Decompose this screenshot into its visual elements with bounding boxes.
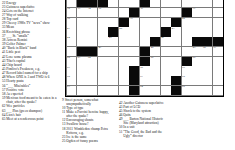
grid-cell[interactable] bbox=[67, 47, 77, 56]
down-clues-column-right: 42 Another Guinness superlative43 Part o… bbox=[119, 101, 168, 138]
grid-cell[interactable] bbox=[213, 8, 223, 17]
grid-cell[interactable]: 44 bbox=[67, 37, 77, 46]
grid-cell[interactable]: 55 bbox=[150, 57, 160, 66]
grid-cell[interactable] bbox=[182, 27, 192, 36]
grid-cell[interactable]: 47 bbox=[98, 47, 108, 56]
grid-cell[interactable] bbox=[213, 18, 223, 27]
cell-number: 40 bbox=[182, 18, 185, 21]
cell-number: 54 bbox=[88, 57, 91, 60]
grid-cell[interactable] bbox=[98, 86, 108, 95]
cell-number: 60 bbox=[67, 76, 70, 79]
grid-cell[interactable] bbox=[202, 76, 212, 85]
grid-cell[interactable] bbox=[213, 57, 223, 66]
grid-cell[interactable] bbox=[161, 86, 171, 95]
grid-cell[interactable] bbox=[108, 57, 118, 66]
grid-cell[interactable] bbox=[129, 37, 139, 46]
grid-cell[interactable] bbox=[87, 18, 97, 27]
grid-cell[interactable] bbox=[192, 76, 202, 85]
grid-cell[interactable] bbox=[161, 18, 171, 27]
grid-cell[interactable] bbox=[150, 18, 160, 27]
clue-number: 65 bbox=[2, 117, 6, 121]
cell-number: 34 bbox=[88, 8, 91, 11]
grid-cell[interactable]: 64 bbox=[140, 86, 150, 95]
cell-number: 47 bbox=[98, 47, 101, 50]
black-cell bbox=[77, 0, 87, 7]
cell-number: 45 bbox=[109, 37, 112, 40]
clue-number: 51 bbox=[119, 130, 123, 134]
grid-cell[interactable] bbox=[119, 37, 129, 46]
grid-cell[interactable]: 30 bbox=[202, 0, 212, 7]
cell-number: 31 bbox=[213, 0, 216, 1]
black-cell bbox=[182, 57, 192, 66]
grid-cell[interactable] bbox=[150, 66, 160, 75]
grid-cell[interactable] bbox=[161, 76, 171, 85]
grid-cell[interactable]: 58 bbox=[140, 66, 150, 75]
black-cell bbox=[98, 0, 108, 7]
clue: 51 “The Good, the Bad and the Ugly” dire… bbox=[119, 130, 168, 138]
grid-cell[interactable] bbox=[161, 66, 171, 75]
cell-number: 46 bbox=[161, 37, 164, 40]
black-cell bbox=[129, 86, 139, 95]
grid-cell[interactable] bbox=[202, 8, 212, 17]
black-cell bbox=[140, 0, 150, 7]
grid-cell[interactable]: 28 bbox=[108, 0, 118, 7]
grid-cell[interactable] bbox=[202, 86, 212, 95]
grid-cell[interactable] bbox=[77, 27, 87, 36]
grid-cell[interactable]: 50 bbox=[202, 47, 212, 56]
grid-cell[interactable] bbox=[150, 8, 160, 17]
cell-number: 29 bbox=[151, 0, 154, 1]
grid-cell[interactable] bbox=[171, 37, 181, 46]
grid-cell[interactable] bbox=[192, 27, 202, 36]
grid-cell[interactable]: 27 bbox=[67, 0, 77, 7]
grid-cell[interactable]: 36 bbox=[140, 8, 150, 17]
grid-cell[interactable] bbox=[119, 8, 129, 17]
clue-number: 25 bbox=[62, 139, 66, 143]
grid-cell[interactable] bbox=[182, 0, 192, 7]
grid-cell[interactable]: 31 bbox=[213, 0, 223, 7]
cell-number: 30 bbox=[203, 0, 206, 1]
black-cell bbox=[140, 57, 150, 66]
grid-cell[interactable]: 63 bbox=[67, 86, 77, 95]
clue: 59 Mexican food meant to be eaten in a c… bbox=[2, 96, 58, 104]
grid-cell[interactable] bbox=[87, 66, 97, 75]
cell-number: 49 bbox=[193, 47, 196, 50]
grid-cell[interactable] bbox=[213, 66, 223, 75]
grid-cell[interactable]: 65 bbox=[182, 86, 192, 95]
grid-cell[interactable] bbox=[192, 18, 202, 27]
grid-cell[interactable] bbox=[119, 0, 129, 7]
grid-cell[interactable]: 62 bbox=[182, 76, 192, 85]
grid-cell[interactable] bbox=[182, 37, 192, 46]
grid-cell[interactable] bbox=[87, 76, 97, 85]
grid-cell[interactable] bbox=[129, 47, 139, 56]
black-cell bbox=[161, 27, 171, 36]
grid-cell[interactable]: 42 bbox=[119, 27, 129, 36]
grid-cell[interactable] bbox=[161, 0, 171, 7]
grid-cell[interactable] bbox=[161, 8, 171, 17]
across-clues-column: 22 Energy23 Guinness superlative24 Gets … bbox=[2, 1, 58, 122]
grid-cell[interactable] bbox=[119, 86, 129, 95]
grid-cell[interactable] bbox=[77, 86, 87, 95]
cell-number: 62 bbox=[182, 76, 185, 79]
clue: 11 Make a Puccini heroine happy, after t… bbox=[62, 110, 113, 118]
grid-cell[interactable] bbox=[108, 47, 118, 56]
grid-cell[interactable]: 59 bbox=[182, 66, 192, 75]
grid-cell[interactable] bbox=[119, 47, 129, 56]
grid-cell[interactable] bbox=[119, 66, 129, 75]
grid-cell[interactable] bbox=[171, 8, 181, 17]
black-cell bbox=[182, 8, 192, 17]
grid-cell[interactable]: 45 bbox=[108, 37, 118, 46]
down-clues-column-middle: 9 Street person, somewhat unsympathetica… bbox=[62, 98, 113, 144]
grid-cell[interactable]: 35 bbox=[98, 8, 108, 17]
grid-cell[interactable]: 43 bbox=[171, 27, 181, 36]
cell-number: 55 bbox=[151, 57, 154, 60]
cell-number: 32 bbox=[67, 8, 70, 11]
cell-number: 38 bbox=[67, 18, 70, 21]
grid-cell[interactable]: 32 bbox=[67, 8, 77, 17]
grid-cell[interactable] bbox=[129, 57, 139, 66]
grid-cell[interactable]: 38 bbox=[67, 18, 77, 27]
cell-number: 37 bbox=[193, 8, 196, 11]
grid-cell[interactable] bbox=[140, 18, 150, 27]
grid-cell[interactable]: 52 bbox=[67, 57, 77, 66]
grid-cell[interactable] bbox=[108, 86, 118, 95]
grid-cell[interactable] bbox=[192, 86, 202, 95]
grid-cell[interactable] bbox=[182, 47, 192, 56]
black-cell bbox=[171, 86, 181, 95]
black-cell bbox=[129, 76, 139, 85]
cell-number: 61 bbox=[140, 76, 143, 79]
black-cell bbox=[192, 37, 202, 46]
black-cell bbox=[77, 47, 87, 56]
grid-cell[interactable] bbox=[213, 76, 223, 85]
grid-cell[interactable] bbox=[171, 47, 181, 56]
grid-cell[interactable] bbox=[98, 66, 108, 75]
cell-number: 36 bbox=[140, 8, 143, 11]
cell-number: 28 bbox=[109, 0, 112, 1]
crossword-page: 2728293031323334353637383940414243444546… bbox=[0, 0, 235, 150]
grid-cell[interactable]: 51 bbox=[213, 47, 223, 56]
clue: 25 Ogden of funny poems bbox=[62, 139, 113, 143]
black-cell bbox=[171, 76, 181, 85]
grid-cell[interactable]: 54 bbox=[87, 57, 97, 66]
cell-number: 57 bbox=[67, 67, 70, 70]
grid-cell[interactable]: 48 bbox=[150, 47, 160, 56]
grid-cell[interactable] bbox=[98, 57, 108, 66]
cell-number: 50 bbox=[203, 47, 206, 50]
grid-cell[interactable]: 40 bbox=[182, 18, 192, 27]
cell-number: 35 bbox=[98, 8, 101, 11]
clue-number: 18 bbox=[62, 127, 66, 131]
clue: 65 Meet at a rendezvous point bbox=[2, 117, 58, 121]
clue: 49 ___ Barton National Historic Site (Ma… bbox=[119, 117, 168, 125]
black-cell bbox=[140, 47, 150, 56]
grid-cell[interactable] bbox=[129, 0, 139, 7]
grid-cell[interactable] bbox=[202, 66, 212, 75]
grid-cell[interactable] bbox=[150, 76, 160, 85]
grid-cell[interactable] bbox=[87, 86, 97, 95]
grid-cell[interactable] bbox=[213, 27, 223, 36]
grid-cell[interactable] bbox=[98, 37, 108, 46]
grid-cell[interactable] bbox=[171, 0, 181, 7]
grid-cell[interactable]: 61 bbox=[140, 76, 150, 85]
cell-number: 53 bbox=[77, 57, 80, 60]
grid-cell[interactable] bbox=[98, 76, 108, 85]
cell-number: 43 bbox=[172, 28, 175, 31]
grid-cell[interactable] bbox=[77, 37, 87, 46]
black-cell bbox=[129, 8, 139, 17]
clue-number: 49 bbox=[119, 117, 123, 121]
cell-number: 42 bbox=[119, 28, 122, 31]
cell-number: 41 bbox=[67, 28, 70, 31]
clue: 18 2011 Wimbledon champ Petra Kvitova, e… bbox=[62, 127, 113, 135]
grid-cell[interactable] bbox=[140, 37, 150, 46]
grid-cell[interactable]: 57 bbox=[67, 66, 77, 75]
grid-cell[interactable]: 56 bbox=[192, 57, 202, 66]
grid-cell[interactable] bbox=[161, 47, 171, 56]
grid-cell[interactable] bbox=[171, 57, 181, 66]
grid-cell[interactable] bbox=[202, 57, 212, 66]
cell-number: 52 bbox=[67, 57, 70, 60]
grid-cell[interactable]: 34 bbox=[87, 8, 97, 17]
cell-number: 27 bbox=[67, 0, 70, 1]
grid-cell[interactable] bbox=[171, 66, 181, 75]
black-cell bbox=[202, 37, 212, 46]
grid-cell[interactable] bbox=[98, 18, 108, 27]
grid-cell[interactable] bbox=[129, 27, 139, 36]
cell-number: 63 bbox=[67, 86, 70, 89]
grid-cell[interactable]: 41 bbox=[67, 27, 77, 36]
grid-cell[interactable]: 39 bbox=[129, 18, 139, 27]
grid-cell[interactable]: 60 bbox=[67, 76, 77, 85]
grid-cell[interactable] bbox=[77, 66, 87, 75]
grid-cell[interactable]: 33 bbox=[77, 8, 87, 17]
grid-cell[interactable] bbox=[213, 86, 223, 95]
grid-cell[interactable]: 37 bbox=[192, 8, 202, 17]
cell-number: 39 bbox=[130, 18, 133, 21]
cell-number: 44 bbox=[67, 37, 70, 40]
grid-cell[interactable] bbox=[192, 0, 202, 7]
grid-cell[interactable]: 46 bbox=[161, 37, 171, 46]
grid-cell[interactable]: 49 bbox=[192, 47, 202, 56]
black-cell bbox=[213, 37, 223, 46]
cell-number: 65 bbox=[182, 86, 185, 89]
grid-cell[interactable] bbox=[202, 18, 212, 27]
grid-cell[interactable] bbox=[87, 27, 97, 36]
cell-number: 51 bbox=[213, 47, 216, 50]
black-cell bbox=[119, 18, 129, 27]
grid-cell[interactable] bbox=[87, 37, 97, 46]
grid-cell[interactable] bbox=[140, 27, 150, 36]
cell-number: 48 bbox=[151, 47, 154, 50]
grid-cell[interactable] bbox=[108, 76, 118, 85]
grid-cell[interactable] bbox=[202, 27, 212, 36]
grid-cell[interactable] bbox=[119, 76, 129, 85]
clue-number: 11 bbox=[62, 110, 66, 114]
clue-number: 9 bbox=[62, 98, 65, 102]
grid-cell[interactable] bbox=[108, 8, 118, 17]
grid-cell[interactable] bbox=[192, 66, 202, 75]
grid-cell[interactable] bbox=[77, 18, 87, 27]
grid-cell[interactable] bbox=[108, 18, 118, 27]
cell-number: 59 bbox=[182, 67, 185, 70]
cell-number: 33 bbox=[77, 8, 80, 11]
cell-number: 64 bbox=[140, 86, 143, 89]
clue-number: 59 bbox=[2, 96, 6, 100]
grid-cell[interactable]: 53 bbox=[77, 57, 87, 66]
grid-cell[interactable] bbox=[150, 86, 160, 95]
black-cell bbox=[150, 37, 160, 46]
grid-cell[interactable] bbox=[98, 27, 108, 36]
black-cell bbox=[171, 18, 181, 27]
black-cell bbox=[108, 27, 118, 36]
grid-cell[interactable]: 29 bbox=[150, 0, 160, 7]
black-cell bbox=[87, 0, 97, 7]
grid-cell[interactable] bbox=[108, 66, 118, 75]
grid-cell[interactable] bbox=[150, 27, 160, 36]
cell-number: 58 bbox=[140, 67, 143, 70]
crossword-grid: 2728293031323334353637383940414243444546… bbox=[65, 0, 224, 97]
black-cell bbox=[87, 47, 97, 56]
grid-cell[interactable] bbox=[77, 76, 87, 85]
cell-number: 56 bbox=[193, 57, 196, 60]
grid-cell[interactable] bbox=[161, 57, 171, 66]
grid-cell[interactable] bbox=[119, 57, 129, 66]
black-cell bbox=[129, 66, 139, 75]
clue: 9 Street person, somewhat unsympathetica… bbox=[62, 98, 113, 106]
